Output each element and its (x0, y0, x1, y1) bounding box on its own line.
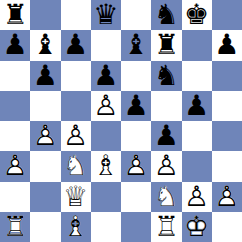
square-c8[interactable] (61, 0, 91, 30)
square-e4[interactable] (121, 121, 151, 151)
piece-fill: ♟ (0, 30, 30, 60)
square-g3[interactable] (182, 151, 212, 181)
square-d6[interactable]: ♟ (91, 61, 121, 91)
piece-outline: ♙ (61, 121, 91, 151)
square-d1[interactable] (91, 212, 121, 242)
square-b1[interactable] (30, 212, 60, 242)
piece-outline: ♗ (91, 151, 121, 181)
piece-black-pawn[interactable]: ♟ (121, 91, 151, 121)
piece-outline: ♖ (151, 212, 181, 242)
piece-white-pawn[interactable]: ♟♙ (151, 151, 181, 181)
piece-fill: ♚ (182, 0, 212, 30)
piece-fill: ♟ (61, 30, 91, 60)
piece-outline: ♙ (91, 91, 121, 121)
square-g2[interactable]: ♟♙ (182, 182, 212, 212)
square-d5[interactable]: ♟♙ (91, 91, 121, 121)
piece-black-king[interactable]: ♚ (182, 0, 212, 30)
square-b2[interactable] (30, 182, 60, 212)
piece-outline: ♕ (61, 182, 91, 212)
piece-outline: ♖ (0, 212, 30, 242)
piece-black-pawn[interactable]: ♟ (151, 121, 181, 151)
square-c5[interactable] (61, 91, 91, 121)
piece-black-pawn[interactable]: ♟ (91, 61, 121, 91)
piece-fill: ♟ (151, 121, 181, 151)
piece-black-pawn[interactable]: ♟ (61, 30, 91, 60)
square-e3[interactable]: ♟♙ (121, 151, 151, 181)
square-d7[interactable] (91, 30, 121, 60)
piece-white-queen[interactable]: ♛♕ (61, 182, 91, 212)
piece-fill: ♟ (182, 91, 212, 121)
square-a2[interactable] (0, 182, 30, 212)
square-b7[interactable]: ♝ (30, 30, 60, 60)
square-c6[interactable] (61, 61, 91, 91)
square-a1[interactable]: ♜♖ (0, 212, 30, 242)
square-g7[interactable] (182, 30, 212, 60)
square-c7[interactable]: ♟ (61, 30, 91, 60)
square-b3[interactable] (30, 151, 60, 181)
square-h2[interactable]: ♟♙ (212, 182, 242, 212)
piece-fill: ♟ (212, 30, 242, 60)
piece-white-pawn[interactable]: ♟♙ (0, 151, 30, 181)
square-h8[interactable] (212, 0, 242, 30)
piece-fill: ♟ (121, 91, 151, 121)
square-h7[interactable]: ♟ (212, 30, 242, 60)
piece-fill: ♝ (30, 30, 60, 60)
square-c2[interactable]: ♛♕ (61, 182, 91, 212)
piece-black-bishop[interactable]: ♝ (121, 30, 151, 60)
square-b6[interactable]: ♟ (30, 61, 60, 91)
piece-white-pawn[interactable]: ♟♙ (121, 151, 151, 181)
square-h3[interactable] (212, 151, 242, 181)
square-f1[interactable]: ♜♖ (151, 212, 181, 242)
square-e7[interactable]: ♝ (121, 30, 151, 60)
piece-fill: ♜ (151, 30, 181, 60)
piece-white-king[interactable]: ♚♔ (182, 212, 212, 242)
square-a3[interactable]: ♟♙ (0, 151, 30, 181)
piece-fill: ♛ (91, 0, 121, 30)
square-f6[interactable]: ♞ (151, 61, 181, 91)
piece-outline: ♙ (182, 182, 212, 212)
piece-outline: ♔ (182, 212, 212, 242)
piece-white-pawn[interactable]: ♟♙ (91, 91, 121, 121)
square-a5[interactable] (0, 91, 30, 121)
square-e1[interactable] (121, 212, 151, 242)
piece-outline: ♗ (61, 212, 91, 242)
piece-outline: ♙ (121, 151, 151, 181)
square-h6[interactable] (212, 61, 242, 91)
square-d2[interactable] (91, 182, 121, 212)
piece-fill: ♝ (121, 30, 151, 60)
square-f2[interactable]: ♞♘ (151, 182, 181, 212)
square-f5[interactable] (151, 91, 181, 121)
piece-outline: ♘ (61, 151, 91, 181)
piece-white-knight[interactable]: ♞♘ (151, 182, 181, 212)
piece-fill: ♜ (0, 0, 30, 30)
piece-white-rook[interactable]: ♜♖ (151, 212, 181, 242)
square-f4[interactable]: ♟ (151, 121, 181, 151)
square-g8[interactable]: ♚ (182, 0, 212, 30)
piece-black-pawn[interactable]: ♟ (30, 61, 60, 91)
square-e6[interactable] (121, 61, 151, 91)
piece-black-rook[interactable]: ♜ (151, 30, 181, 60)
chess-board: ♜♛♞♚♟♝♟♝♜♟♟♟♞♟♙♟♟♟♙♟♙♟♟♙♞♘♝♗♟♙♟♙♛♕♞♘♟♙♟♙… (0, 0, 242, 242)
piece-white-pawn[interactable]: ♟♙ (212, 182, 242, 212)
square-d3[interactable]: ♝♗ (91, 151, 121, 181)
square-d8[interactable]: ♛ (91, 0, 121, 30)
piece-fill: ♟ (91, 61, 121, 91)
square-a6[interactable] (0, 61, 30, 91)
square-b8[interactable] (30, 0, 60, 30)
piece-outline: ♙ (151, 151, 181, 181)
piece-black-rook[interactable]: ♜ (0, 0, 30, 30)
piece-white-rook[interactable]: ♜♖ (0, 212, 30, 242)
square-e8[interactable] (121, 0, 151, 30)
square-c4[interactable]: ♟♙ (61, 121, 91, 151)
square-e5[interactable]: ♟ (121, 91, 151, 121)
square-g4[interactable] (182, 121, 212, 151)
piece-black-pawn[interactable]: ♟ (0, 30, 30, 60)
square-g6[interactable] (182, 61, 212, 91)
square-f3[interactable]: ♟♙ (151, 151, 181, 181)
square-c1[interactable]: ♝♗ (61, 212, 91, 242)
square-h1[interactable] (212, 212, 242, 242)
square-h4[interactable] (212, 121, 242, 151)
piece-outline: ♘ (151, 182, 181, 212)
piece-fill: ♞ (151, 0, 181, 30)
piece-fill: ♞ (151, 61, 181, 91)
piece-white-pawn[interactable]: ♟♙ (30, 121, 60, 151)
piece-outline: ♙ (0, 151, 30, 181)
square-f8[interactable]: ♞ (151, 0, 181, 30)
piece-fill: ♟ (30, 61, 60, 91)
square-g1[interactable]: ♚♔ (182, 212, 212, 242)
piece-black-bishop[interactable]: ♝ (30, 30, 60, 60)
piece-white-pawn[interactable]: ♟♙ (61, 121, 91, 151)
piece-black-queen[interactable]: ♛ (91, 0, 121, 30)
piece-black-knight[interactable]: ♞ (151, 61, 181, 91)
piece-white-knight[interactable]: ♞♘ (61, 151, 91, 181)
piece-white-bishop[interactable]: ♝♗ (91, 151, 121, 181)
piece-outline: ♙ (212, 182, 242, 212)
piece-black-pawn[interactable]: ♟ (212, 30, 242, 60)
piece-white-pawn[interactable]: ♟♙ (182, 182, 212, 212)
square-a4[interactable] (0, 121, 30, 151)
square-b5[interactable] (30, 91, 60, 121)
square-b4[interactable]: ♟♙ (30, 121, 60, 151)
piece-black-pawn[interactable]: ♟ (182, 91, 212, 121)
square-e2[interactable] (121, 182, 151, 212)
square-c3[interactable]: ♞♘ (61, 151, 91, 181)
piece-white-bishop[interactable]: ♝♗ (61, 212, 91, 242)
square-g5[interactable]: ♟ (182, 91, 212, 121)
piece-black-knight[interactable]: ♞ (151, 0, 181, 30)
piece-outline: ♙ (30, 121, 60, 151)
square-a7[interactable]: ♟ (0, 30, 30, 60)
square-h5[interactable] (212, 91, 242, 121)
square-d4[interactable] (91, 121, 121, 151)
square-a8[interactable]: ♜ (0, 0, 30, 30)
square-f7[interactable]: ♜ (151, 30, 181, 60)
